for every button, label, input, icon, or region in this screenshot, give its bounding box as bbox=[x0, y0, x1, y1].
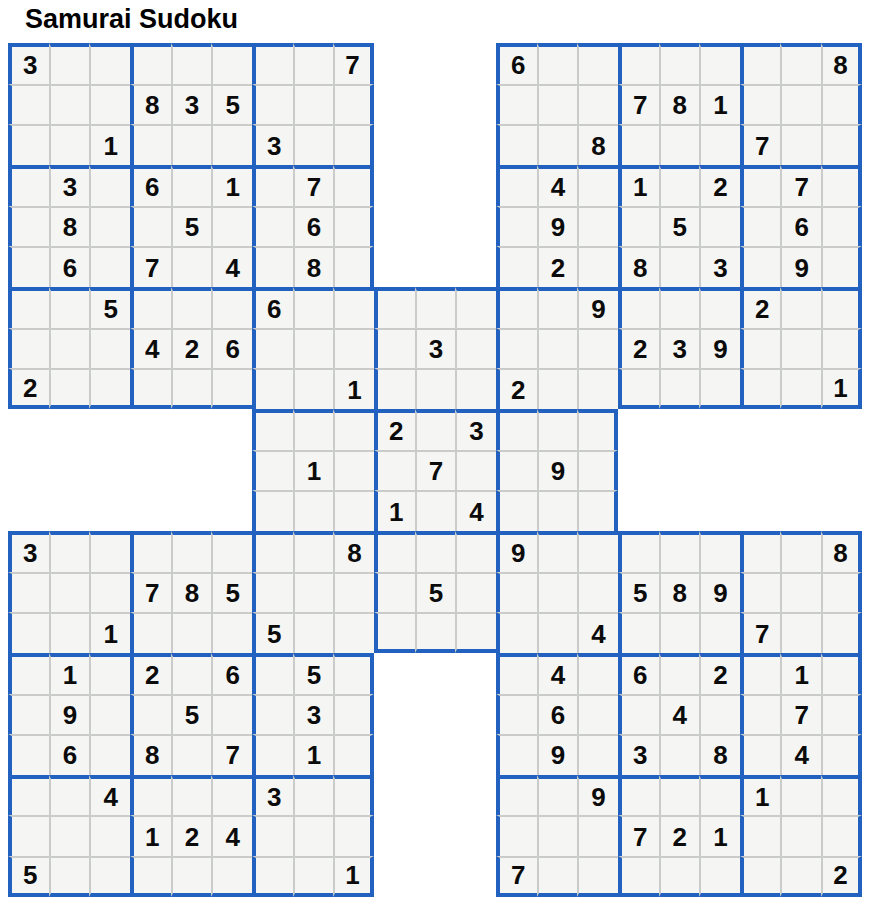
empty-cell-r6c13[interactable] bbox=[496, 246, 537, 287]
given-cell-r11c14: 9 bbox=[537, 450, 578, 491]
empty-cell-r6c7[interactable] bbox=[252, 246, 293, 287]
empty-cell-r21c16[interactable] bbox=[618, 856, 659, 897]
empty-cell-r20c13[interactable] bbox=[496, 815, 537, 856]
empty-cell-r6c3[interactable] bbox=[89, 246, 130, 287]
empty-cell-r15c17[interactable] bbox=[659, 612, 700, 653]
void-cell bbox=[740, 409, 781, 450]
empty-cell-r14c1[interactable] bbox=[8, 572, 49, 613]
empty-cell-r13c3[interactable] bbox=[89, 531, 130, 572]
empty-cell-r16c9[interactable] bbox=[333, 653, 374, 694]
empty-cell-r9c17[interactable] bbox=[659, 368, 700, 409]
empty-cell-r8c20[interactable] bbox=[780, 328, 821, 369]
empty-cell-r15c8[interactable] bbox=[293, 612, 334, 653]
empty-cell-r20c8[interactable] bbox=[293, 815, 334, 856]
empty-cell-r7c9[interactable] bbox=[333, 287, 374, 328]
empty-cell-r3c14[interactable] bbox=[537, 124, 578, 165]
empty-cell-r12c11[interactable] bbox=[415, 490, 456, 531]
empty-cell-r11c12[interactable] bbox=[455, 450, 496, 491]
empty-cell-r2c13[interactable] bbox=[496, 84, 537, 125]
empty-cell-r21c2[interactable] bbox=[49, 856, 90, 897]
empty-cell-r10c9[interactable] bbox=[333, 409, 374, 450]
empty-cell-r9c10[interactable] bbox=[374, 368, 415, 409]
empty-cell-r3c6[interactable] bbox=[211, 124, 252, 165]
empty-cell-r9c12[interactable] bbox=[455, 368, 496, 409]
empty-cell-r17c16[interactable] bbox=[618, 694, 659, 735]
empty-cell-r15c1[interactable] bbox=[8, 612, 49, 653]
void-cell bbox=[374, 124, 415, 165]
empty-cell-r5c1[interactable] bbox=[8, 206, 49, 247]
empty-cell-r2c3[interactable] bbox=[89, 84, 130, 125]
empty-cell-r19c14[interactable] bbox=[537, 775, 578, 816]
empty-cell-r1c14[interactable] bbox=[537, 43, 578, 84]
empty-cell-r10c11[interactable] bbox=[415, 409, 456, 450]
empty-cell-r13c17[interactable] bbox=[659, 531, 700, 572]
empty-cell-r10c14[interactable] bbox=[537, 409, 578, 450]
empty-cell-r7c18[interactable] bbox=[699, 287, 740, 328]
empty-cell-r3c20[interactable] bbox=[780, 124, 821, 165]
empty-cell-r4c19[interactable] bbox=[740, 165, 781, 206]
empty-cell-r19c9[interactable] bbox=[333, 775, 374, 816]
empty-cell-r14c20[interactable] bbox=[780, 572, 821, 613]
empty-cell-r15c14[interactable] bbox=[537, 612, 578, 653]
empty-cell-r21c8[interactable] bbox=[293, 856, 334, 897]
empty-cell-r17c7[interactable] bbox=[252, 694, 293, 735]
empty-cell-r14c3[interactable] bbox=[89, 572, 130, 613]
empty-cell-r17c6[interactable] bbox=[211, 694, 252, 735]
empty-cell-r2c2[interactable] bbox=[49, 84, 90, 125]
empty-cell-r19c4[interactable] bbox=[130, 775, 171, 816]
empty-cell-r1c2[interactable] bbox=[49, 43, 90, 84]
empty-cell-r12c9[interactable] bbox=[333, 490, 374, 531]
empty-cell-r6c17[interactable] bbox=[659, 246, 700, 287]
empty-cell-r7c5[interactable] bbox=[171, 287, 212, 328]
empty-cell-r5c6[interactable] bbox=[211, 206, 252, 247]
empty-cell-r20c1[interactable] bbox=[8, 815, 49, 856]
empty-cell-r8c7[interactable] bbox=[252, 328, 293, 369]
empty-cell-r14c15[interactable] bbox=[577, 572, 618, 613]
empty-cell-r1c7[interactable] bbox=[252, 43, 293, 84]
empty-cell-r2c1[interactable] bbox=[8, 84, 49, 125]
given-cell-r1c9: 7 bbox=[333, 43, 374, 84]
empty-cell-r10c7[interactable] bbox=[252, 409, 293, 450]
given-cell-r6c16: 8 bbox=[618, 246, 659, 287]
empty-cell-r2c8[interactable] bbox=[293, 84, 334, 125]
empty-cell-r9c16[interactable] bbox=[618, 368, 659, 409]
empty-cell-r18c13[interactable] bbox=[496, 734, 537, 775]
empty-cell-r8c10[interactable] bbox=[374, 328, 415, 369]
empty-cell-r21c4[interactable] bbox=[130, 856, 171, 897]
empty-cell-r13c19[interactable] bbox=[740, 531, 781, 572]
empty-cell-r8c21[interactable] bbox=[821, 328, 862, 369]
empty-cell-r16c7[interactable] bbox=[252, 653, 293, 694]
empty-cell-r3c17[interactable] bbox=[659, 124, 700, 165]
empty-cell-r5c7[interactable] bbox=[252, 206, 293, 247]
given-cell-r14c18: 9 bbox=[699, 572, 740, 613]
empty-cell-r15c13[interactable] bbox=[496, 612, 537, 653]
empty-cell-r17c19[interactable] bbox=[740, 694, 781, 735]
empty-cell-r4c5[interactable] bbox=[171, 165, 212, 206]
empty-cell-r18c1[interactable] bbox=[8, 734, 49, 775]
empty-cell-r10c15[interactable] bbox=[577, 409, 618, 450]
empty-cell-r5c3[interactable] bbox=[89, 206, 130, 247]
empty-cell-r2c20[interactable] bbox=[780, 84, 821, 125]
empty-cell-r11c10[interactable] bbox=[374, 450, 415, 491]
empty-cell-r4c21[interactable] bbox=[821, 165, 862, 206]
empty-cell-r21c20[interactable] bbox=[780, 856, 821, 897]
empty-cell-r8c12[interactable] bbox=[455, 328, 496, 369]
empty-cell-r2c14[interactable] bbox=[537, 84, 578, 125]
empty-cell-r9c5[interactable] bbox=[171, 368, 212, 409]
empty-cell-r13c7[interactable] bbox=[252, 531, 293, 572]
empty-cell-r3c18[interactable] bbox=[699, 124, 740, 165]
empty-cell-r6c21[interactable] bbox=[821, 246, 862, 287]
void-cell bbox=[49, 490, 90, 531]
empty-cell-r15c18[interactable] bbox=[699, 612, 740, 653]
empty-cell-r3c21[interactable] bbox=[821, 124, 862, 165]
empty-cell-r4c1[interactable] bbox=[8, 165, 49, 206]
empty-cell-r9c2[interactable] bbox=[49, 368, 90, 409]
given-cell-r8c4: 4 bbox=[130, 328, 171, 369]
given-cell-r17c17: 4 bbox=[659, 694, 700, 735]
empty-cell-r7c20[interactable] bbox=[780, 287, 821, 328]
empty-cell-r21c3[interactable] bbox=[89, 856, 130, 897]
void-cell bbox=[374, 43, 415, 84]
empty-cell-r10c13[interactable] bbox=[496, 409, 537, 450]
empty-cell-r21c14[interactable] bbox=[537, 856, 578, 897]
empty-cell-r17c3[interactable] bbox=[89, 694, 130, 735]
empty-cell-r13c5[interactable] bbox=[171, 531, 212, 572]
given-cell-r2c16: 7 bbox=[618, 84, 659, 125]
empty-cell-r3c1[interactable] bbox=[8, 124, 49, 165]
empty-cell-r14c2[interactable] bbox=[49, 572, 90, 613]
empty-cell-r20c14[interactable] bbox=[537, 815, 578, 856]
empty-cell-r8c9[interactable] bbox=[333, 328, 374, 369]
given-cell-r15c15: 4 bbox=[577, 612, 618, 653]
empty-cell-r9c20[interactable] bbox=[780, 368, 821, 409]
empty-cell-r19c16[interactable] bbox=[618, 775, 659, 816]
empty-cell-r4c3[interactable] bbox=[89, 165, 130, 206]
empty-cell-r1c17[interactable] bbox=[659, 43, 700, 84]
empty-cell-r3c8[interactable] bbox=[293, 124, 334, 165]
empty-cell-r18c3[interactable] bbox=[89, 734, 130, 775]
given-cell-r1c21: 8 bbox=[821, 43, 862, 84]
empty-cell-r17c9[interactable] bbox=[333, 694, 374, 735]
empty-cell-r4c9[interactable] bbox=[333, 165, 374, 206]
empty-cell-r15c11[interactable] bbox=[415, 612, 456, 653]
empty-cell-r3c2[interactable] bbox=[49, 124, 90, 165]
given-cell-r7c3: 5 bbox=[89, 287, 130, 328]
given-cell-r6c14: 2 bbox=[537, 246, 578, 287]
void-cell bbox=[618, 450, 659, 491]
empty-cell-r20c20[interactable] bbox=[780, 815, 821, 856]
empty-cell-r17c1[interactable] bbox=[8, 694, 49, 735]
empty-cell-r3c5[interactable] bbox=[171, 124, 212, 165]
empty-cell-r13c20[interactable] bbox=[780, 531, 821, 572]
void-cell bbox=[455, 694, 496, 735]
given-cell-r12c12: 4 bbox=[455, 490, 496, 531]
given-cell-r5c5: 5 bbox=[171, 206, 212, 247]
empty-cell-r2c7[interactable] bbox=[252, 84, 293, 125]
empty-cell-r8c19[interactable] bbox=[740, 328, 781, 369]
empty-cell-r12c7[interactable] bbox=[252, 490, 293, 531]
empty-cell-r3c16[interactable] bbox=[618, 124, 659, 165]
empty-cell-r15c4[interactable] bbox=[130, 612, 171, 653]
empty-cell-r1c16[interactable] bbox=[618, 43, 659, 84]
empty-cell-r19c20[interactable] bbox=[780, 775, 821, 816]
empty-cell-r15c10[interactable] bbox=[374, 612, 415, 653]
empty-cell-r7c12[interactable] bbox=[455, 287, 496, 328]
empty-cell-r20c2[interactable] bbox=[49, 815, 90, 856]
empty-cell-r12c15[interactable] bbox=[577, 490, 618, 531]
empty-cell-r13c4[interactable] bbox=[130, 531, 171, 572]
empty-cell-r3c9[interactable] bbox=[333, 124, 374, 165]
empty-cell-r4c13[interactable] bbox=[496, 165, 537, 206]
empty-cell-r11c7[interactable] bbox=[252, 450, 293, 491]
empty-cell-r6c15[interactable] bbox=[577, 246, 618, 287]
empty-cell-r1c4[interactable] bbox=[130, 43, 171, 84]
empty-cell-r8c8[interactable] bbox=[293, 328, 334, 369]
given-cell-r13c9: 8 bbox=[333, 531, 374, 572]
given-cell-r6c8: 8 bbox=[293, 246, 334, 287]
empty-cell-r4c15[interactable] bbox=[577, 165, 618, 206]
empty-cell-r2c21[interactable] bbox=[821, 84, 862, 125]
empty-cell-r21c15[interactable] bbox=[577, 856, 618, 897]
empty-cell-r19c13[interactable] bbox=[496, 775, 537, 816]
empty-cell-r14c21[interactable] bbox=[821, 572, 862, 613]
empty-cell-r16c3[interactable] bbox=[89, 653, 130, 694]
empty-cell-r6c5[interactable] bbox=[171, 246, 212, 287]
empty-cell-r2c15[interactable] bbox=[577, 84, 618, 125]
empty-cell-r12c14[interactable] bbox=[537, 490, 578, 531]
empty-cell-r19c17[interactable] bbox=[659, 775, 700, 816]
empty-cell-r9c6[interactable] bbox=[211, 368, 252, 409]
empty-cell-r7c11[interactable] bbox=[415, 287, 456, 328]
given-cell-r9c13: 2 bbox=[496, 368, 537, 409]
empty-cell-r14c7[interactable] bbox=[252, 572, 293, 613]
empty-cell-r11c9[interactable] bbox=[333, 450, 374, 491]
empty-cell-r18c7[interactable] bbox=[252, 734, 293, 775]
empty-cell-r17c15[interactable] bbox=[577, 694, 618, 735]
empty-cell-r15c5[interactable] bbox=[171, 612, 212, 653]
given-cell-r2c18: 1 bbox=[699, 84, 740, 125]
void-cell bbox=[211, 490, 252, 531]
empty-cell-r2c9[interactable] bbox=[333, 84, 374, 125]
empty-cell-r6c19[interactable] bbox=[740, 246, 781, 287]
empty-cell-r14c8[interactable] bbox=[293, 572, 334, 613]
given-cell-r17c5: 5 bbox=[171, 694, 212, 735]
empty-cell-r16c5[interactable] bbox=[171, 653, 212, 694]
empty-cell-r12c8[interactable] bbox=[293, 490, 334, 531]
empty-cell-r14c19[interactable] bbox=[740, 572, 781, 613]
empty-cell-r18c5[interactable] bbox=[171, 734, 212, 775]
empty-cell-r18c21[interactable] bbox=[821, 734, 862, 775]
empty-cell-r5c9[interactable] bbox=[333, 206, 374, 247]
empty-cell-r13c14[interactable] bbox=[537, 531, 578, 572]
empty-cell-r5c21[interactable] bbox=[821, 206, 862, 247]
empty-cell-r13c2[interactable] bbox=[49, 531, 90, 572]
empty-cell-r16c15[interactable] bbox=[577, 653, 618, 694]
empty-cell-r16c21[interactable] bbox=[821, 653, 862, 694]
empty-cell-r8c2[interactable] bbox=[49, 328, 90, 369]
empty-cell-r18c15[interactable] bbox=[577, 734, 618, 775]
void-cell bbox=[8, 450, 49, 491]
given-cell-r4c14: 4 bbox=[537, 165, 578, 206]
empty-cell-r4c17[interactable] bbox=[659, 165, 700, 206]
empty-cell-r16c13[interactable] bbox=[496, 653, 537, 694]
empty-cell-r18c17[interactable] bbox=[659, 734, 700, 775]
empty-cell-r15c2[interactable] bbox=[49, 612, 90, 653]
empty-cell-r9c15[interactable] bbox=[577, 368, 618, 409]
empty-cell-r5c15[interactable] bbox=[577, 206, 618, 247]
empty-cell-r5c18[interactable] bbox=[699, 206, 740, 247]
empty-cell-r7c17[interactable] bbox=[659, 287, 700, 328]
empty-cell-r1c5[interactable] bbox=[171, 43, 212, 84]
empty-cell-r13c8[interactable] bbox=[293, 531, 334, 572]
empty-cell-r19c1[interactable] bbox=[8, 775, 49, 816]
empty-cell-r21c19[interactable] bbox=[740, 856, 781, 897]
empty-cell-r8c14[interactable] bbox=[537, 328, 578, 369]
empty-cell-r7c4[interactable] bbox=[130, 287, 171, 328]
void-cell bbox=[415, 206, 456, 247]
empty-cell-r20c9[interactable] bbox=[333, 815, 374, 856]
empty-cell-r3c13[interactable] bbox=[496, 124, 537, 165]
empty-cell-r1c20[interactable] bbox=[780, 43, 821, 84]
empty-cell-r1c6[interactable] bbox=[211, 43, 252, 84]
empty-cell-r6c1[interactable] bbox=[8, 246, 49, 287]
empty-cell-r11c13[interactable] bbox=[496, 450, 537, 491]
empty-cell-r9c11[interactable] bbox=[415, 368, 456, 409]
empty-cell-r5c16[interactable] bbox=[618, 206, 659, 247]
void-cell bbox=[455, 856, 496, 897]
empty-cell-r7c13[interactable] bbox=[496, 287, 537, 328]
empty-cell-r15c12[interactable] bbox=[455, 612, 496, 653]
empty-cell-r10c8[interactable] bbox=[293, 409, 334, 450]
given-cell-r16c18: 2 bbox=[699, 653, 740, 694]
empty-cell-r1c8[interactable] bbox=[293, 43, 334, 84]
empty-cell-r2c19[interactable] bbox=[740, 84, 781, 125]
empty-cell-r13c12[interactable] bbox=[455, 531, 496, 572]
empty-cell-r20c15[interactable] bbox=[577, 815, 618, 856]
empty-cell-r9c19[interactable] bbox=[740, 368, 781, 409]
empty-cell-r13c11[interactable] bbox=[415, 531, 456, 572]
empty-cell-r16c17[interactable] bbox=[659, 653, 700, 694]
empty-cell-r15c21[interactable] bbox=[821, 612, 862, 653]
empty-cell-r14c9[interactable] bbox=[333, 572, 374, 613]
empty-cell-r9c4[interactable] bbox=[130, 368, 171, 409]
empty-cell-r16c19[interactable] bbox=[740, 653, 781, 694]
given-cell-r4c8: 7 bbox=[293, 165, 334, 206]
empty-cell-r19c21[interactable] bbox=[821, 775, 862, 816]
empty-cell-r15c16[interactable] bbox=[618, 612, 659, 653]
empty-cell-r12c13[interactable] bbox=[496, 490, 537, 531]
empty-cell-r8c3[interactable] bbox=[89, 328, 130, 369]
empty-cell-r1c18[interactable] bbox=[699, 43, 740, 84]
empty-cell-r21c5[interactable] bbox=[171, 856, 212, 897]
empty-cell-r9c8[interactable] bbox=[293, 368, 334, 409]
empty-cell-r8c15[interactable] bbox=[577, 328, 618, 369]
empty-cell-r18c19[interactable] bbox=[740, 734, 781, 775]
empty-cell-r17c21[interactable] bbox=[821, 694, 862, 735]
empty-cell-r21c18[interactable] bbox=[699, 856, 740, 897]
empty-cell-r9c7[interactable] bbox=[252, 368, 293, 409]
empty-cell-r21c17[interactable] bbox=[659, 856, 700, 897]
empty-cell-r13c10[interactable] bbox=[374, 531, 415, 572]
empty-cell-r7c14[interactable] bbox=[537, 287, 578, 328]
empty-cell-r13c6[interactable] bbox=[211, 531, 252, 572]
void-cell bbox=[415, 43, 456, 84]
empty-cell-r19c6[interactable] bbox=[211, 775, 252, 816]
empty-cell-r13c16[interactable] bbox=[618, 531, 659, 572]
empty-cell-r1c3[interactable] bbox=[89, 43, 130, 84]
empty-cell-r19c5[interactable] bbox=[171, 775, 212, 816]
empty-cell-r1c15[interactable] bbox=[577, 43, 618, 84]
empty-cell-r7c6[interactable] bbox=[211, 287, 252, 328]
empty-cell-r20c21[interactable] bbox=[821, 815, 862, 856]
empty-cell-r7c8[interactable] bbox=[293, 287, 334, 328]
empty-cell-r7c16[interactable] bbox=[618, 287, 659, 328]
empty-cell-r20c19[interactable] bbox=[740, 815, 781, 856]
empty-cell-r18c9[interactable] bbox=[333, 734, 374, 775]
empty-cell-r9c3[interactable] bbox=[89, 368, 130, 409]
empty-cell-r20c3[interactable] bbox=[89, 815, 130, 856]
empty-cell-r8c13[interactable] bbox=[496, 328, 537, 369]
empty-cell-r5c19[interactable] bbox=[740, 206, 781, 247]
empty-cell-r9c18[interactable] bbox=[699, 368, 740, 409]
empty-cell-r15c9[interactable] bbox=[333, 612, 374, 653]
empty-cell-r8c1[interactable] bbox=[8, 328, 49, 369]
given-cell-r15c3: 1 bbox=[89, 612, 130, 653]
empty-cell-r20c7[interactable] bbox=[252, 815, 293, 856]
empty-cell-r7c2[interactable] bbox=[49, 287, 90, 328]
empty-cell-r7c1[interactable] bbox=[8, 287, 49, 328]
empty-cell-r21c6[interactable] bbox=[211, 856, 252, 897]
empty-cell-r21c7[interactable] bbox=[252, 856, 293, 897]
empty-cell-r19c8[interactable] bbox=[293, 775, 334, 816]
empty-cell-r13c18[interactable] bbox=[699, 531, 740, 572]
empty-cell-r19c2[interactable] bbox=[49, 775, 90, 816]
empty-cell-r4c7[interactable] bbox=[252, 165, 293, 206]
empty-cell-r15c6[interactable] bbox=[211, 612, 252, 653]
empty-cell-r3c4[interactable] bbox=[130, 124, 171, 165]
given-cell-r18c20: 4 bbox=[780, 734, 821, 775]
empty-cell-r14c12[interactable] bbox=[455, 572, 496, 613]
given-cell-r6c20: 9 bbox=[780, 246, 821, 287]
empty-cell-r7c21[interactable] bbox=[821, 287, 862, 328]
empty-cell-r5c4[interactable] bbox=[130, 206, 171, 247]
empty-cell-r6c9[interactable] bbox=[333, 246, 374, 287]
void-cell bbox=[455, 775, 496, 816]
empty-cell-r14c13[interactable] bbox=[496, 572, 537, 613]
empty-cell-r5c13[interactable] bbox=[496, 206, 537, 247]
empty-cell-r14c14[interactable] bbox=[537, 572, 578, 613]
empty-cell-r7c10[interactable] bbox=[374, 287, 415, 328]
void-cell bbox=[740, 450, 781, 491]
empty-cell-r14c10[interactable] bbox=[374, 572, 415, 613]
empty-cell-r13c15[interactable] bbox=[577, 531, 618, 572]
void-cell bbox=[130, 490, 171, 531]
empty-cell-r11c15[interactable] bbox=[577, 450, 618, 491]
empty-cell-r17c4[interactable] bbox=[130, 694, 171, 735]
empty-cell-r17c18[interactable] bbox=[699, 694, 740, 735]
empty-cell-r17c13[interactable] bbox=[496, 694, 537, 735]
void-cell bbox=[780, 450, 821, 491]
empty-cell-r1c19[interactable] bbox=[740, 43, 781, 84]
empty-cell-r15c20[interactable] bbox=[780, 612, 821, 653]
empty-cell-r19c18[interactable] bbox=[699, 775, 740, 816]
empty-cell-r9c14[interactable] bbox=[537, 368, 578, 409]
void-cell bbox=[374, 775, 415, 816]
empty-cell-r16c1[interactable] bbox=[8, 653, 49, 694]
